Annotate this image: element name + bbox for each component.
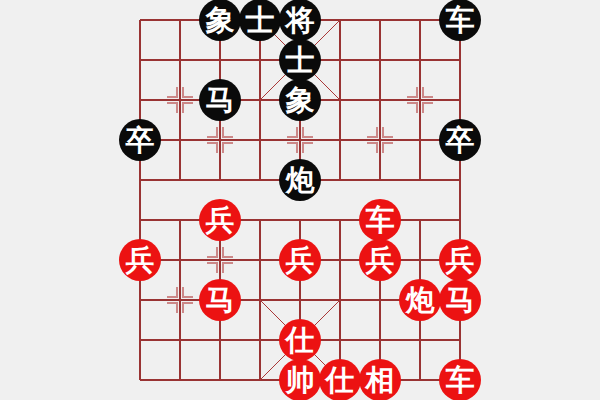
piece-black-soldier[interactable]: 卒 — [119, 119, 161, 161]
piece-red-king[interactable]: 帅 — [279, 359, 321, 400]
piece-red-advisor[interactable]: 仕 — [319, 359, 361, 400]
piece-red-chariot[interactable]: 车 — [359, 199, 401, 241]
piece-red-chariot[interactable]: 车 — [439, 359, 481, 400]
piece-black-cannon[interactable]: 炮 — [279, 159, 321, 201]
piece-red-soldier[interactable]: 兵 — [439, 239, 481, 281]
piece-red-soldier[interactable]: 兵 — [359, 239, 401, 281]
piece-black-horse[interactable]: 马 — [199, 79, 241, 121]
piece-black-advisor[interactable]: 士 — [279, 39, 321, 81]
xiangqi-board[interactable]: 象士将车士马象卒卒炮兵车兵兵兵兵马炮马仕帅仕相车 — [0, 0, 600, 400]
piece-red-horse[interactable]: 马 — [199, 279, 241, 321]
piece-red-soldier[interactable]: 兵 — [279, 239, 321, 281]
piece-black-chariot[interactable]: 车 — [439, 0, 481, 41]
piece-grid[interactable]: 象士将车士马象卒卒炮兵车兵兵兵兵马炮马仕帅仕相车 — [120, 0, 480, 400]
piece-red-soldier[interactable]: 兵 — [199, 199, 241, 241]
piece-red-horse[interactable]: 马 — [439, 279, 481, 321]
piece-black-soldier[interactable]: 卒 — [439, 119, 481, 161]
piece-red-cannon[interactable]: 炮 — [399, 279, 441, 321]
piece-red-soldier[interactable]: 兵 — [119, 239, 161, 281]
piece-red-advisor[interactable]: 仕 — [279, 319, 321, 361]
piece-black-elephant[interactable]: 象 — [199, 0, 241, 41]
piece-red-elephant[interactable]: 相 — [359, 359, 401, 400]
piece-black-elephant[interactable]: 象 — [279, 79, 321, 121]
piece-black-king[interactable]: 将 — [279, 0, 321, 41]
piece-black-advisor[interactable]: 士 — [239, 0, 281, 41]
